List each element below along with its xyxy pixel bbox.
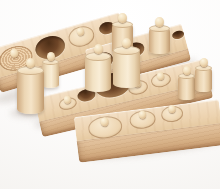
- empty-socket: [171, 30, 185, 41]
- cylinder-body: [195, 68, 212, 92]
- cylinder-knob: [200, 58, 208, 67]
- cylinder-knob: [122, 38, 131, 48]
- cylinder-body: [178, 76, 195, 100]
- half-inserted-cylinder: [178, 76, 195, 100]
- cylinder-knob: [94, 44, 103, 54]
- product-photo-montessori-cylinder-blocks: [0, 0, 220, 189]
- cylinder-body: [42, 62, 59, 88]
- cylinder-knob: [118, 13, 127, 23]
- cylinder-knob: [183, 66, 191, 75]
- half-inserted-cylinder: [195, 68, 212, 92]
- standing-cylinder: [149, 28, 170, 54]
- cylinder-knob: [155, 17, 164, 27]
- cylinder-body: [113, 50, 140, 88]
- cylinder-knob: [26, 58, 35, 68]
- cylinder-knob: [47, 52, 55, 61]
- standing-cylinder: [113, 50, 140, 88]
- standing-cylinder: [85, 56, 111, 92]
- cylinder-body: [17, 70, 44, 114]
- cylinder-body: [149, 28, 170, 54]
- loose-cylinder: [42, 62, 59, 88]
- loose-cylinder: [17, 70, 44, 114]
- cylinder-body: [85, 56, 111, 92]
